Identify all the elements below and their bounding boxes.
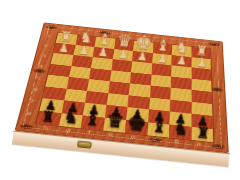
- black-knight[interactable]: ♞: [62, 109, 78, 127]
- white-pawn[interactable]: ♟: [117, 48, 129, 61]
- file-label-e: e: [108, 132, 113, 137]
- rank-label-5: 5: [35, 76, 40, 80]
- white-pawn[interactable]: ♟: [157, 52, 169, 65]
- rank-label-4: 4: [38, 65, 43, 69]
- black-rook[interactable]: ♜: [195, 125, 210, 141]
- rank-label-3: 3: [41, 54, 46, 58]
- rank-label-6: 6: [32, 88, 38, 93]
- square-g4[interactable]: [69, 66, 91, 79]
- file-label-h: h: [43, 125, 49, 130]
- white-pawn[interactable]: ♟: [137, 50, 149, 63]
- file-label-f: f: [88, 130, 91, 135]
- black-bishop[interactable]: ♝: [84, 111, 101, 130]
- rank-label-2: 2: [44, 44, 49, 48]
- square-f4[interactable]: [89, 68, 111, 81]
- border-ornament: [208, 42, 220, 47]
- square-a4[interactable]: [191, 78, 211, 92]
- border-ornament: [45, 25, 58, 30]
- square-d4[interactable]: [130, 72, 151, 85]
- white-pawn[interactable]: ♟: [176, 54, 188, 67]
- perspective-scene: ♜♞♝♛♚♝♞♜♟♟♟♟♟♟♟♟♟♟♟♟♟♟♟♟♜♞♝♛♚♝♞♜ hgfedcb…: [20, 0, 235, 180]
- white-pawn[interactable]: ♟: [78, 44, 90, 57]
- file-label-g: g: [65, 128, 71, 133]
- square-g3[interactable]: [71, 55, 93, 68]
- square-c3[interactable]: [151, 63, 171, 76]
- black-bishop[interactable]: ♝: [150, 118, 167, 137]
- file-label-a: a: [197, 141, 202, 146]
- white-pawn[interactable]: ♟: [58, 41, 70, 54]
- white-pawn[interactable]: ♟: [98, 46, 110, 59]
- file-label-d: d: [130, 134, 135, 139]
- file-label-c: c: [153, 137, 157, 142]
- border-ornament: [211, 143, 225, 150]
- file-label-b: b: [174, 139, 179, 144]
- product-photo: ♜♞♝♛♚♝♞♜♟♟♟♟♟♟♟♟♟♟♟♟♟♟♟♟♜♞♝♛♚♝♞♜ hgfedcb…: [0, 0, 240, 180]
- black-knight[interactable]: ♞: [173, 121, 189, 139]
- board-tilted-plane: ♜♞♝♛♚♝♞♜♟♟♟♟♟♟♟♟♟♟♟♟♟♟♟♟♜♞♝♛♚♝♞♜ hgfedcb…: [15, 23, 229, 154]
- chess-set: ♜♞♝♛♚♝♞♜♟♟♟♟♟♟♟♟♟♟♟♟♟♟♟♟♜♞♝♛♚♝♞♜ hgfedcb…: [20, 0, 235, 180]
- rank-label-7: 7: [29, 99, 35, 104]
- black-queen[interactable]: ♛: [105, 111, 124, 132]
- rank-label-1: 1: [46, 34, 51, 38]
- black-king[interactable]: ♚: [126, 111, 148, 135]
- black-rook[interactable]: ♜: [41, 108, 56, 124]
- square-h4[interactable]: [48, 64, 71, 77]
- square-h3[interactable]: [51, 53, 73, 66]
- rank-label-8: 8: [26, 112, 32, 117]
- border-ornament: [19, 123, 34, 130]
- brass-latch: [77, 141, 92, 149]
- white-pawn[interactable]: ♟: [196, 56, 208, 69]
